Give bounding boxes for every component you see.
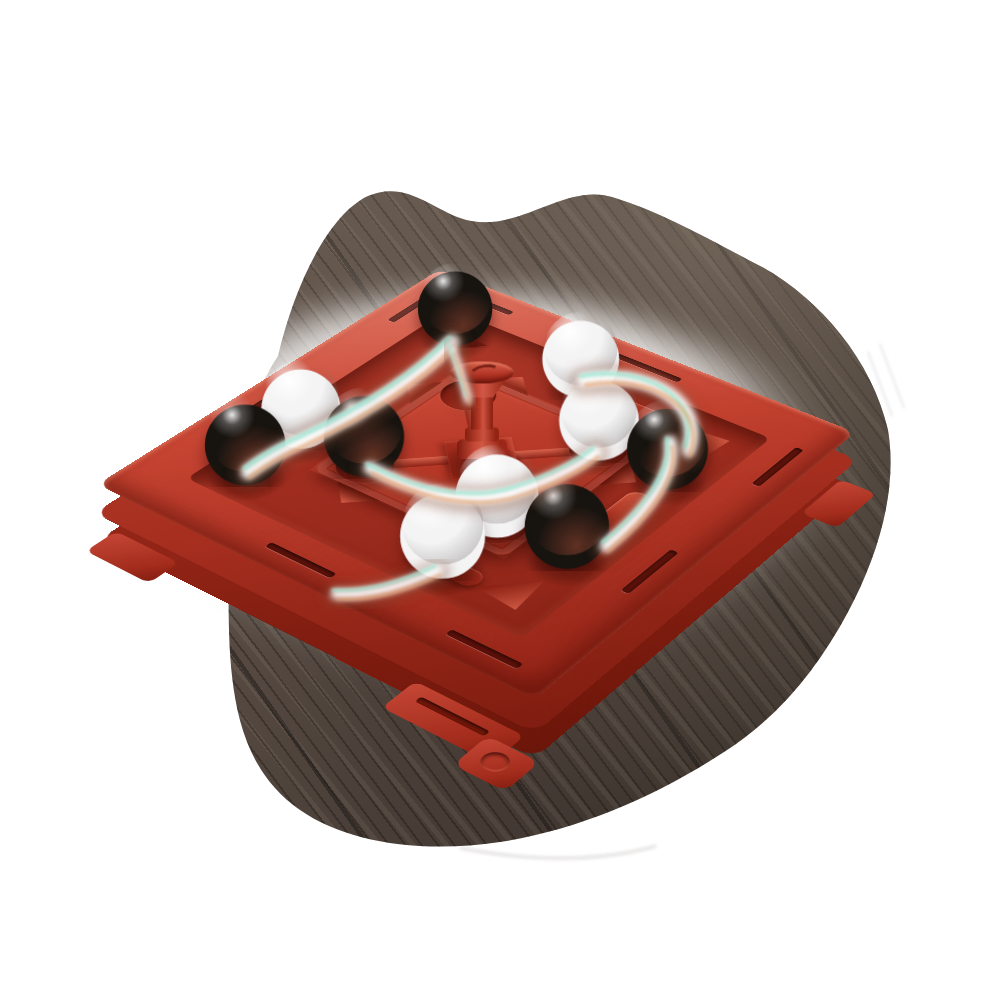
rim-slot [751, 447, 803, 487]
marble-glyph: ● [192, 383, 298, 489]
marble-glyph: ● [512, 462, 623, 573]
marble-glyph: ● [387, 471, 498, 582]
marble-glyph: ● [615, 387, 721, 493]
product-photo-scene: ●●●●●●●●●● [0, 0, 1000, 1000]
marble-glyph: ● [406, 251, 503, 348]
